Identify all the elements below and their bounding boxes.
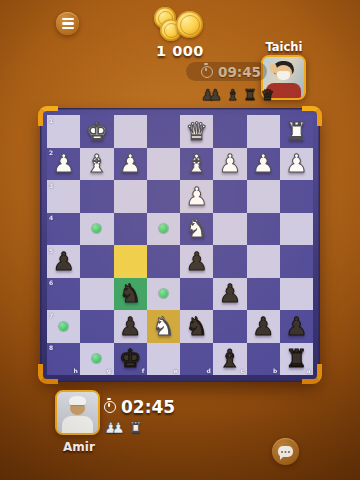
- captured-white-pawn-icon: ♟: [111, 419, 124, 437]
- board-corner-accent: [302, 364, 322, 384]
- square-h5[interactable]: 5♟: [47, 245, 80, 278]
- rank-label: 8: [49, 344, 53, 351]
- legal-move-dot[interactable]: [159, 289, 168, 298]
- white-pawn-b2: ♟: [247, 148, 280, 181]
- player-top-captured-tray: ♟♟♝♜♛: [201, 84, 274, 104]
- square-f3[interactable]: [114, 180, 147, 213]
- black-pawn-a7: ♟: [280, 310, 313, 343]
- black-king-f8: ♚: [114, 343, 147, 376]
- white-bishop-d2: ♝: [180, 148, 213, 181]
- white-pawn-h2: ♟: [47, 148, 80, 181]
- square-d7[interactable]: ♞: [180, 310, 213, 343]
- square-b3[interactable]: [247, 180, 280, 213]
- captured-group: ♛: [261, 86, 274, 104]
- square-b7[interactable]: ♟: [247, 310, 280, 343]
- file-label: d: [206, 367, 210, 374]
- captured-group: ♟♟: [201, 86, 222, 104]
- board-corner-accent: [38, 106, 58, 126]
- stopwatch-icon: [201, 66, 213, 78]
- file-label: b: [273, 367, 277, 374]
- square-c6[interactable]: ♟: [213, 278, 246, 311]
- square-d5[interactable]: ♟: [180, 245, 213, 278]
- square-c2[interactable]: ♟: [213, 148, 246, 181]
- square-h4[interactable]: 4: [47, 213, 80, 246]
- square-e1[interactable]: [147, 115, 180, 148]
- white-pawn-d3: ♟: [180, 180, 213, 213]
- square-e3[interactable]: [147, 180, 180, 213]
- square-e7[interactable]: ♞: [147, 310, 180, 343]
- square-a6[interactable]: [280, 278, 313, 311]
- square-b8[interactable]: b: [247, 343, 280, 376]
- legal-move-dot[interactable]: [159, 224, 168, 233]
- captured-black-pawn-icon: ♟: [208, 86, 221, 104]
- white-pawn-a2: ♟: [280, 148, 313, 181]
- white-queen-d1: ♛: [180, 115, 213, 148]
- square-b1[interactable]: [247, 115, 280, 148]
- square-e4[interactable]: [147, 213, 180, 246]
- square-h3[interactable]: 3: [47, 180, 80, 213]
- legal-move-dot[interactable]: [59, 322, 68, 331]
- square-b4[interactable]: [247, 213, 280, 246]
- square-c4[interactable]: [213, 213, 246, 246]
- square-a7[interactable]: ♟: [280, 310, 313, 343]
- square-b6[interactable]: [247, 278, 280, 311]
- square-g7[interactable]: [80, 310, 113, 343]
- square-c3[interactable]: [213, 180, 246, 213]
- player-top-timer: 09:45: [186, 62, 267, 81]
- white-knight-e7: ♞: [147, 310, 180, 343]
- square-a3[interactable]: [280, 180, 313, 213]
- rank-label: 4: [49, 214, 53, 221]
- square-h6[interactable]: 6: [47, 278, 80, 311]
- black-knight-f6: ♞: [114, 278, 147, 311]
- coins-amount: 1 000: [130, 43, 230, 59]
- coins-icon[interactable]: [152, 5, 208, 43]
- white-pawn-c2: ♟: [213, 148, 246, 181]
- square-g3[interactable]: [80, 180, 113, 213]
- white-knight-d4: ♞: [180, 213, 213, 246]
- black-pawn-b7: ♟: [247, 310, 280, 343]
- square-f8[interactable]: f♚: [114, 343, 147, 376]
- square-f4[interactable]: [114, 213, 147, 246]
- white-bishop-g2: ♝: [80, 148, 113, 181]
- chess-board: 1♚♛♜2♟♝♟♝♟♟♟3♟4♞5♟♟6♞♟7♟♞♞♟♟8hgf♚edc♝ba♜: [40, 108, 320, 382]
- legal-move-dot[interactable]: [92, 354, 101, 363]
- stopwatch-icon: [104, 401, 116, 413]
- square-f7[interactable]: ♟: [114, 310, 147, 343]
- square-d6[interactable]: [180, 278, 213, 311]
- square-h7[interactable]: 7: [47, 310, 80, 343]
- square-f2[interactable]: ♟: [114, 148, 147, 181]
- board-corner-accent: [38, 364, 58, 384]
- player-bottom-time: 02:45: [121, 397, 175, 417]
- square-g8[interactable]: g: [80, 343, 113, 376]
- file-label: g: [107, 367, 111, 374]
- square-g5[interactable]: [80, 245, 113, 278]
- black-pawn-c6: ♟: [213, 278, 246, 311]
- square-b2[interactable]: ♟: [247, 148, 280, 181]
- square-f1[interactable]: [114, 115, 147, 148]
- coin: [176, 11, 203, 38]
- black-pawn-d5: ♟: [180, 245, 213, 278]
- square-g4[interactable]: [80, 213, 113, 246]
- square-d4[interactable]: ♞: [180, 213, 213, 246]
- black-pawn-h5: ♟: [47, 245, 80, 278]
- hamburger-icon: [62, 18, 74, 20]
- square-a4[interactable]: [280, 213, 313, 246]
- square-h2[interactable]: 2♟: [47, 148, 80, 181]
- player-bottom-avatar[interactable]: [55, 390, 100, 435]
- square-a2[interactable]: ♟: [280, 148, 313, 181]
- black-bishop-c8: ♝: [213, 343, 246, 376]
- file-label: e: [173, 367, 177, 374]
- square-d8[interactable]: d: [180, 343, 213, 376]
- square-d2[interactable]: ♝: [180, 148, 213, 181]
- square-e6[interactable]: [147, 278, 180, 311]
- square-f6[interactable]: ♞: [114, 278, 147, 311]
- captured-white-rook-icon: ♜: [129, 419, 142, 437]
- square-e2[interactable]: [147, 148, 180, 181]
- square-d3[interactable]: ♟: [180, 180, 213, 213]
- board-grid: 1♚♛♜2♟♝♟♝♟♟♟3♟4♞5♟♟6♞♟7♟♞♞♟♟8hgf♚edc♝ba♜: [47, 115, 313, 375]
- square-c8[interactable]: c♝: [213, 343, 246, 376]
- square-g6[interactable]: [80, 278, 113, 311]
- square-e5[interactable]: [147, 245, 180, 278]
- square-c5[interactable]: [213, 245, 246, 278]
- captured-group: ♜: [129, 419, 142, 437]
- player-bottom-name: Amir: [50, 440, 108, 454]
- square-a5[interactable]: [280, 245, 313, 278]
- captured-group: ♝: [226, 86, 239, 104]
- black-knight-d7: ♞: [180, 310, 213, 343]
- captured-group: ♜: [243, 86, 256, 104]
- square-c1[interactable]: [213, 115, 246, 148]
- chat-button[interactable]: [272, 438, 299, 465]
- square-g2[interactable]: ♝: [80, 148, 113, 181]
- captured-black-bishop-icon: ♝: [226, 86, 239, 104]
- captured-black-rook-icon: ♜: [243, 86, 256, 104]
- player-bottom-captured-tray: ♟♟♜: [104, 419, 142, 437]
- rank-label: 3: [49, 182, 53, 189]
- rank-label: 7: [49, 312, 53, 319]
- player-top-time: 09:45: [218, 64, 261, 80]
- menu-button[interactable]: [56, 12, 79, 35]
- legal-move-dot[interactable]: [92, 224, 101, 233]
- player-top-name: Taichi: [252, 40, 316, 54]
- captured-group: ♟♟: [104, 419, 125, 437]
- white-king-g1: ♚: [80, 115, 113, 148]
- white-pawn-f2: ♟: [114, 148, 147, 181]
- black-pawn-f7: ♟: [114, 310, 147, 343]
- captured-black-queen-icon: ♛: [261, 86, 274, 104]
- square-g1[interactable]: ♚: [80, 115, 113, 148]
- rank-label: 6: [49, 279, 53, 286]
- square-f5[interactable]: [114, 245, 147, 278]
- board-corner-accent: [302, 106, 322, 126]
- square-c7[interactable]: [213, 310, 246, 343]
- square-d1[interactable]: ♛: [180, 115, 213, 148]
- square-e8[interactable]: e: [147, 343, 180, 376]
- player-bottom-timer: 02:45: [104, 397, 175, 417]
- file-label: h: [73, 367, 77, 374]
- chat-bubble-icon: [278, 446, 293, 457]
- square-b5[interactable]: [247, 245, 280, 278]
